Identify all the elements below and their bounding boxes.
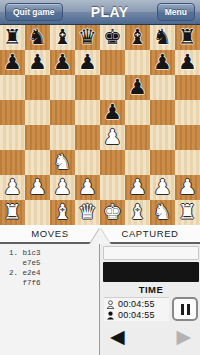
lower-content: 1. b1c3 e7e5 2. e2e4 f7f6 TIME 00:04:55 xyxy=(0,244,200,355)
square-g4[interactable] xyxy=(150,125,175,150)
square-d1[interactable]: ♛ xyxy=(75,200,100,225)
back-move-button[interactable]: ◀ xyxy=(110,325,125,347)
piece-black-bishop: ♝ xyxy=(50,25,75,50)
move-line: e7e5 xyxy=(9,258,99,268)
square-h2[interactable]: ♟ xyxy=(175,175,200,200)
square-g7[interactable]: ♟ xyxy=(150,50,175,75)
menu-button[interactable]: Menu xyxy=(157,3,195,22)
move-line: f7f6 xyxy=(9,278,99,288)
square-h6[interactable] xyxy=(175,75,200,100)
square-a8[interactable]: ♜ xyxy=(0,25,25,50)
piece-white-pawn: ♟ xyxy=(25,175,50,200)
square-h3[interactable] xyxy=(175,150,200,175)
square-e8[interactable]: ♚ xyxy=(100,25,125,50)
square-h7[interactable]: ♟ xyxy=(175,50,200,75)
square-a7[interactable]: ♟ xyxy=(0,50,25,75)
tab-pointer-icon xyxy=(90,228,110,244)
square-e5[interactable]: ♟ xyxy=(100,100,125,125)
square-h8[interactable]: ♜ xyxy=(175,25,200,50)
move-navigation: ◀ ▶ xyxy=(103,321,199,347)
piece-white-pawn: ♟ xyxy=(150,175,175,200)
piece-white-bishop: ♝ xyxy=(125,200,150,225)
captured-white-tray xyxy=(103,246,199,260)
square-a4[interactable] xyxy=(0,125,25,150)
square-f4[interactable] xyxy=(125,125,150,150)
square-c4[interactable] xyxy=(50,125,75,150)
piece-black-pawn: ♟ xyxy=(75,50,100,75)
square-d2[interactable]: ♟ xyxy=(75,175,100,200)
square-b8[interactable]: ♞ xyxy=(25,25,50,50)
square-e4[interactable]: ♟ xyxy=(100,125,125,150)
piece-white-pawn: ♟ xyxy=(175,175,200,200)
square-g5[interactable] xyxy=(150,100,175,125)
square-f6[interactable]: ♟ xyxy=(125,75,150,100)
square-a2[interactable]: ♟ xyxy=(0,175,25,200)
square-f8[interactable]: ♝ xyxy=(125,25,150,50)
square-a6[interactable] xyxy=(0,75,25,100)
chess-app: Quit game PLAY Menu ♜♞♝♛♚♝♞♜♟♟♟♟♟♟♟♟♟♞♟♟… xyxy=(0,0,200,355)
square-c8[interactable]: ♝ xyxy=(50,25,75,50)
square-d3[interactable] xyxy=(75,150,100,175)
square-g6[interactable] xyxy=(150,75,175,100)
piece-white-pawn: ♟ xyxy=(50,175,75,200)
square-b1[interactable] xyxy=(25,200,50,225)
piece-black-rook: ♜ xyxy=(175,25,200,50)
square-g3[interactable] xyxy=(150,150,175,175)
moves-header: MOVES xyxy=(0,225,100,242)
piece-white-rook: ♜ xyxy=(175,200,200,225)
square-h5[interactable] xyxy=(175,100,200,125)
square-a1[interactable]: ♜ xyxy=(0,200,25,225)
clock-box: 00:04:55 00:04:55 xyxy=(104,297,169,321)
square-c7[interactable]: ♟ xyxy=(50,50,75,75)
captured-header: CAPTURED xyxy=(100,225,200,242)
panel-headers: MOVES CAPTURED xyxy=(0,225,200,244)
piece-black-pawn: ♟ xyxy=(175,50,200,75)
piece-black-queen: ♛ xyxy=(75,25,100,50)
square-e7[interactable] xyxy=(100,50,125,75)
square-c2[interactable]: ♟ xyxy=(50,175,75,200)
square-f7[interactable] xyxy=(125,50,150,75)
person-filled-icon xyxy=(106,311,115,320)
square-d5[interactable] xyxy=(75,100,100,125)
square-e1[interactable]: ♚ xyxy=(100,200,125,225)
piece-white-pawn: ♟ xyxy=(75,175,100,200)
piece-white-king: ♚ xyxy=(100,200,125,225)
piece-black-pawn: ♟ xyxy=(100,100,125,125)
square-d7[interactable]: ♟ xyxy=(75,50,100,75)
square-e2[interactable] xyxy=(100,175,125,200)
piece-white-knight: ♞ xyxy=(50,150,75,175)
square-c5[interactable] xyxy=(50,100,75,125)
piece-white-pawn: ♟ xyxy=(100,125,125,150)
person-outline-icon xyxy=(106,300,115,309)
quit-game-button[interactable]: Quit game xyxy=(5,3,63,22)
forward-move-button[interactable]: ▶ xyxy=(176,325,191,347)
piece-black-knight: ♞ xyxy=(150,25,175,50)
square-e3[interactable] xyxy=(100,150,125,175)
piece-black-king: ♚ xyxy=(100,25,125,50)
square-c1[interactable]: ♝ xyxy=(50,200,75,225)
black-clock: 00:04:55 xyxy=(118,310,155,320)
square-h4[interactable] xyxy=(175,125,200,150)
move-line: 2. e2e4 xyxy=(9,268,99,278)
square-h1[interactable]: ♜ xyxy=(175,200,200,225)
square-b3[interactable] xyxy=(25,150,50,175)
piece-black-pawn: ♟ xyxy=(50,50,75,75)
square-c6[interactable] xyxy=(50,75,75,100)
piece-white-pawn: ♟ xyxy=(0,175,25,200)
piece-black-pawn: ♟ xyxy=(0,50,25,75)
time-header: TIME xyxy=(103,284,199,296)
chess-board[interactable]: ♜♞♝♛♚♝♞♜♟♟♟♟♟♟♟♟♟♞♟♟♟♟♟♟♟♜♝♛♚♝♞♜ xyxy=(0,25,200,225)
piece-black-rook: ♜ xyxy=(0,25,25,50)
square-d4[interactable] xyxy=(75,125,100,150)
clock-group: 00:04:55 00:04:55 xyxy=(104,297,198,321)
piece-white-rook: ♜ xyxy=(0,200,25,225)
square-d8[interactable]: ♛ xyxy=(75,25,100,50)
piece-white-queen: ♛ xyxy=(75,200,100,225)
square-g8[interactable]: ♞ xyxy=(150,25,175,50)
piece-black-pawn: ♟ xyxy=(125,75,150,100)
piece-black-pawn: ♟ xyxy=(25,50,50,75)
square-b6[interactable] xyxy=(25,75,50,100)
white-clock-row: 00:04:55 xyxy=(106,299,169,309)
square-b5[interactable] xyxy=(25,100,50,125)
square-f2[interactable]: ♟ xyxy=(125,175,150,200)
square-d6[interactable] xyxy=(75,75,100,100)
piece-white-knight: ♞ xyxy=(150,200,175,225)
piece-black-bishop: ♝ xyxy=(125,25,150,50)
moves-list[interactable]: 1. b1c3 e7e5 2. e2e4 f7f6 xyxy=(0,244,100,355)
square-a5[interactable] xyxy=(0,100,25,125)
square-g1[interactable]: ♞ xyxy=(150,200,175,225)
page-title: PLAY xyxy=(91,4,129,20)
pause-icon xyxy=(187,304,190,315)
black-clock-row: 00:04:55 xyxy=(106,310,169,320)
square-a3[interactable] xyxy=(0,150,25,175)
square-f1[interactable]: ♝ xyxy=(125,200,150,225)
piece-black-pawn: ♟ xyxy=(150,50,175,75)
square-c3[interactable]: ♞ xyxy=(50,150,75,175)
pause-icon xyxy=(181,304,184,315)
piece-white-bishop: ♝ xyxy=(50,200,75,225)
piece-black-knight: ♞ xyxy=(25,25,50,50)
piece-white-pawn: ♟ xyxy=(125,175,150,200)
square-f3[interactable] xyxy=(125,150,150,175)
square-e6[interactable] xyxy=(100,75,125,100)
navbar: Quit game PLAY Menu xyxy=(0,0,200,25)
square-b2[interactable]: ♟ xyxy=(25,175,50,200)
square-b7[interactable]: ♟ xyxy=(25,50,50,75)
square-g2[interactable]: ♟ xyxy=(150,175,175,200)
square-f5[interactable] xyxy=(125,100,150,125)
white-clock: 00:04:55 xyxy=(118,299,155,309)
captured-time-panel: TIME 00:04:55 xyxy=(100,244,200,355)
move-line: 1. b1c3 xyxy=(9,248,99,258)
captured-black-tray xyxy=(103,262,199,282)
pause-button[interactable] xyxy=(172,297,198,321)
square-b4[interactable] xyxy=(25,125,50,150)
